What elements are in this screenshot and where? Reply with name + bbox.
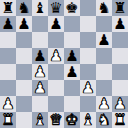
square-h7[interactable]: ♟	[112, 16, 128, 32]
square-g8[interactable]: ♞	[96, 0, 112, 16]
piece-black-pawn[interactable]: ♟	[65, 64, 78, 80]
square-e7[interactable]	[64, 16, 80, 32]
square-f4[interactable]	[80, 64, 96, 80]
square-c1[interactable]: ♝	[32, 112, 48, 128]
square-d3[interactable]	[48, 80, 64, 96]
square-a6[interactable]	[0, 32, 16, 48]
square-a3[interactable]	[0, 80, 16, 96]
square-a1[interactable]: ♜	[0, 112, 16, 128]
square-g1[interactable]: ♞	[96, 112, 112, 128]
square-c8[interactable]: ♝	[32, 0, 48, 16]
piece-white-pawn[interactable]: ♟	[1, 96, 14, 112]
square-c2[interactable]	[32, 96, 48, 112]
square-d5[interactable]: ♟	[48, 48, 64, 64]
square-c3[interactable]: ♟	[32, 80, 48, 96]
piece-black-bishop[interactable]: ♝	[33, 0, 46, 16]
piece-white-bishop[interactable]: ♝	[81, 112, 94, 128]
square-d1[interactable]: ♛	[48, 112, 64, 128]
square-a4[interactable]	[0, 64, 16, 80]
piece-white-bishop[interactable]: ♝	[33, 112, 46, 128]
square-f1[interactable]: ♝	[80, 112, 96, 128]
piece-black-rook[interactable]: ♜	[113, 0, 126, 16]
square-b8[interactable]: ♞	[16, 0, 32, 16]
piece-black-king[interactable]: ♚	[65, 0, 78, 16]
square-d4[interactable]	[48, 64, 64, 80]
square-a8[interactable]: ♜	[0, 0, 16, 16]
square-h5[interactable]	[112, 48, 128, 64]
square-h1[interactable]: ♜	[112, 112, 128, 128]
piece-black-pawn[interactable]: ♟	[113, 16, 126, 32]
piece-white-pawn[interactable]: ♟	[33, 64, 46, 80]
square-c7[interactable]	[32, 16, 48, 32]
square-d8[interactable]: ♛	[48, 0, 64, 16]
square-b4[interactable]	[16, 64, 32, 80]
piece-white-pawn[interactable]: ♟	[113, 96, 126, 112]
piece-black-pawn[interactable]: ♟	[17, 16, 30, 32]
piece-white-rook[interactable]: ♜	[1, 112, 14, 128]
square-b3[interactable]	[16, 80, 32, 96]
square-d7[interactable]: ♟	[48, 16, 64, 32]
piece-black-pawn[interactable]: ♟	[97, 32, 110, 48]
square-a7[interactable]: ♟	[0, 16, 16, 32]
square-b5[interactable]	[16, 48, 32, 64]
square-e6[interactable]	[64, 32, 80, 48]
square-c4[interactable]: ♟	[32, 64, 48, 80]
square-d6[interactable]	[48, 32, 64, 48]
square-b7[interactable]: ♟	[16, 16, 32, 32]
piece-black-queen[interactable]: ♛	[49, 0, 62, 16]
square-f7[interactable]	[80, 16, 96, 32]
square-a2[interactable]: ♟	[0, 96, 16, 112]
square-e1[interactable]: ♚	[64, 112, 80, 128]
piece-black-knight[interactable]: ♞	[17, 0, 30, 16]
piece-white-king[interactable]: ♚	[65, 112, 78, 128]
piece-black-pawn[interactable]: ♟	[65, 48, 78, 64]
piece-white-queen[interactable]: ♛	[49, 112, 62, 128]
square-g3[interactable]	[96, 80, 112, 96]
square-g5[interactable]	[96, 48, 112, 64]
square-h6[interactable]	[112, 32, 128, 48]
square-f8[interactable]	[80, 0, 96, 16]
square-e3[interactable]	[64, 80, 80, 96]
chess-board: ♜♞♝♛♚♞♜♟♟♟♟♟♟♟♟♟♟♟♟♟♟♟♜♝♛♚♝♞♜	[0, 0, 128, 128]
piece-black-pawn[interactable]: ♟	[49, 16, 62, 32]
piece-black-knight[interactable]: ♞	[97, 0, 110, 16]
square-d2[interactable]	[48, 96, 64, 112]
piece-white-knight[interactable]: ♞	[97, 112, 110, 128]
square-c5[interactable]: ♟	[32, 48, 48, 64]
square-f5[interactable]	[80, 48, 96, 64]
square-e2[interactable]	[64, 96, 80, 112]
square-b1[interactable]	[16, 112, 32, 128]
piece-white-pawn[interactable]: ♟	[97, 96, 110, 112]
square-g6[interactable]: ♟	[96, 32, 112, 48]
square-g4[interactable]	[96, 64, 112, 80]
square-f6[interactable]	[80, 32, 96, 48]
square-b6[interactable]	[16, 32, 32, 48]
square-a5[interactable]	[0, 48, 16, 64]
piece-white-rook[interactable]: ♜	[113, 112, 126, 128]
square-h8[interactable]: ♜	[112, 0, 128, 16]
piece-black-pawn[interactable]: ♟	[1, 16, 14, 32]
square-f3[interactable]: ♟	[80, 80, 96, 96]
square-g2[interactable]: ♟	[96, 96, 112, 112]
square-g7[interactable]	[96, 16, 112, 32]
square-f2[interactable]	[80, 96, 96, 112]
square-b2[interactable]	[16, 96, 32, 112]
square-c6[interactable]	[32, 32, 48, 48]
piece-white-pawn[interactable]: ♟	[49, 48, 62, 64]
piece-white-pawn[interactable]: ♟	[81, 80, 94, 96]
square-e4[interactable]: ♟	[64, 64, 80, 80]
square-e8[interactable]: ♚	[64, 0, 80, 16]
square-h2[interactable]: ♟	[112, 96, 128, 112]
piece-white-pawn[interactable]: ♟	[33, 80, 46, 96]
piece-black-pawn[interactable]: ♟	[33, 48, 46, 64]
piece-black-rook[interactable]: ♜	[1, 0, 14, 16]
square-h4[interactable]	[112, 64, 128, 80]
square-e5[interactable]: ♟	[64, 48, 80, 64]
square-h3[interactable]	[112, 80, 128, 96]
